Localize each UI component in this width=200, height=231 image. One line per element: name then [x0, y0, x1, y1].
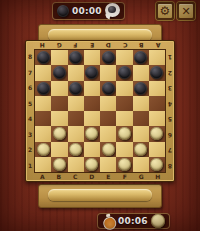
board-square-c7[interactable]: [68, 65, 84, 80]
board-square-h6[interactable]: [149, 81, 165, 96]
player-hud-panel: 00:06: [97, 213, 170, 229]
board-square-g3[interactable]: [133, 126, 149, 141]
file-label-bottom-g: G: [133, 173, 150, 181]
checker-piece-light[interactable]: [150, 127, 163, 140]
checker-piece-light[interactable]: [102, 143, 115, 156]
file-label-bottom-d: D: [84, 173, 101, 181]
board-square-b2[interactable]: [51, 142, 67, 157]
checker-piece-dark[interactable]: [69, 51, 82, 64]
rank-label-left-3: 3: [26, 127, 34, 143]
board-square-g4[interactable]: [133, 111, 149, 126]
board-square-h3[interactable]: [149, 126, 165, 141]
board-square-h2[interactable]: [149, 142, 165, 157]
board-square-d3[interactable]: [84, 126, 100, 141]
checker-piece-light[interactable]: [69, 143, 82, 156]
settings-button[interactable]: ⚙: [156, 2, 174, 20]
file-label-top-h: H: [34, 41, 51, 49]
board-square-b7[interactable]: [51, 65, 67, 80]
thinking-bubble-icon: [105, 3, 120, 19]
rank-label-left-5: 5: [26, 96, 34, 112]
board-square-c4[interactable]: [68, 111, 84, 126]
file-label-bottom-b: B: [51, 173, 68, 181]
rank-label-right-5: 5: [166, 111, 174, 127]
board-square-f2[interactable]: [116, 142, 132, 157]
board-square-d4[interactable]: [84, 111, 100, 126]
close-button[interactable]: ✕: [177, 2, 195, 20]
ranks-right: 12345678: [166, 49, 174, 173]
file-label-top-d: D: [100, 41, 117, 49]
file-label-top-a: A: [150, 41, 167, 49]
file-label-bottom-h: H: [150, 173, 167, 181]
board-square-b4[interactable]: [51, 111, 67, 126]
opponent-hud-panel: 00:00: [52, 2, 125, 20]
rank-label-left-1: 1: [26, 158, 34, 174]
file-label-bottom-f: F: [117, 173, 134, 181]
checker-piece-dark[interactable]: [134, 51, 147, 64]
board-square-g6[interactable]: [133, 81, 149, 96]
board-frame: HGFEDCBA ABCDEFGH 87654321 12345678: [25, 40, 175, 182]
file-label-bottom-c: C: [67, 173, 84, 181]
checker-piece-dark[interactable]: [102, 51, 115, 64]
game-screen: 00:00 ⚙ ✕ HGFEDCBA ABCDEFGH 87654321 123…: [0, 0, 200, 231]
board-square-a4[interactable]: [35, 111, 51, 126]
board-square-h4[interactable]: [149, 111, 165, 126]
board-square-b6[interactable]: [51, 81, 67, 96]
file-label-top-f: F: [67, 41, 84, 49]
board-square-e8[interactable]: [100, 50, 116, 65]
file-label-top-c: C: [117, 41, 134, 49]
board-square-e6[interactable]: [100, 81, 116, 96]
board-square-f8[interactable]: [116, 50, 132, 65]
board-square-f4[interactable]: [116, 111, 132, 126]
board-square-f1[interactable]: [116, 157, 132, 172]
checker-piece-light[interactable]: [53, 158, 66, 171]
checker-piece-dark[interactable]: [85, 66, 98, 79]
board-square-a2[interactable]: [35, 142, 51, 157]
file-label-bottom-e: E: [100, 173, 117, 181]
board-square-a6[interactable]: [35, 81, 51, 96]
board-square-d1[interactable]: [84, 157, 100, 172]
file-label-top-e: E: [84, 41, 101, 49]
board-square-c2[interactable]: [68, 142, 84, 157]
board-square-d2[interactable]: [84, 142, 100, 157]
player-timer: 00:06: [118, 216, 148, 226]
rank-label-right-8: 8: [166, 158, 174, 174]
board-square-b5[interactable]: [51, 96, 67, 111]
board-square-b3[interactable]: [51, 126, 67, 141]
checker-piece-dark[interactable]: [134, 82, 147, 95]
board-square-e7[interactable]: [100, 65, 116, 80]
rank-label-left-8: 8: [26, 49, 34, 65]
checker-piece-dark[interactable]: [37, 51, 50, 64]
board-square-c3[interactable]: [68, 126, 84, 141]
checker-piece-light[interactable]: [118, 158, 131, 171]
bottom-piece-tray: [38, 184, 162, 208]
board-square-a8[interactable]: [35, 50, 51, 65]
board-square-c1[interactable]: [68, 157, 84, 172]
stopwatch-icon: [101, 213, 116, 230]
board-square-h5[interactable]: [149, 96, 165, 111]
checker-piece-light[interactable]: [85, 158, 98, 171]
gear-icon: ⚙: [160, 5, 171, 17]
ranks-left: 87654321: [26, 49, 34, 173]
board-square-c6[interactable]: [68, 81, 84, 96]
board-square-e1[interactable]: [100, 157, 116, 172]
checker-piece-dark[interactable]: [150, 66, 163, 79]
board-square-g7[interactable]: [133, 65, 149, 80]
board-square-d8[interactable]: [84, 50, 100, 65]
board-square-g1[interactable]: [133, 157, 149, 172]
board-square-a5[interactable]: [35, 96, 51, 111]
rank-label-left-2: 2: [26, 142, 34, 158]
file-label-top-g: G: [51, 41, 68, 49]
board-square-b8[interactable]: [51, 50, 67, 65]
checker-piece-light[interactable]: [118, 127, 131, 140]
checker-piece-dark[interactable]: [102, 82, 115, 95]
rank-label-right-4: 4: [166, 96, 174, 112]
board-square-f7[interactable]: [116, 65, 132, 80]
board-square-f3[interactable]: [116, 126, 132, 141]
rank-label-right-2: 2: [166, 65, 174, 81]
board-square-e2[interactable]: [100, 142, 116, 157]
rank-label-left-4: 4: [26, 111, 34, 127]
board-square-d5[interactable]: [84, 96, 100, 111]
file-label-bottom-a: A: [34, 173, 51, 181]
board-square-a7[interactable]: [35, 65, 51, 80]
checker-piece-dark[interactable]: [118, 66, 131, 79]
board-square-f6[interactable]: [116, 81, 132, 96]
board-square-a1[interactable]: [35, 157, 51, 172]
board-square-f5[interactable]: [116, 96, 132, 111]
board-square-b1[interactable]: [51, 157, 67, 172]
checker-piece-light[interactable]: [134, 143, 147, 156]
board-square-g5[interactable]: [133, 96, 149, 111]
player-checker-icon: [151, 214, 165, 228]
bubble-checker-dot: [108, 6, 116, 13]
rank-label-right-7: 7: [166, 142, 174, 158]
rank-label-right-1: 1: [166, 49, 174, 65]
board-square-a3[interactable]: [35, 126, 51, 141]
rank-label-left-7: 7: [26, 65, 34, 81]
rank-label-right-6: 6: [166, 127, 174, 143]
bottom-tray-bar: [48, 189, 152, 201]
files-bottom: ABCDEFGH: [34, 173, 166, 181]
bubble-tail: [104, 14, 110, 20]
file-label-top-b: B: [133, 41, 150, 49]
board-square-d7[interactable]: [84, 65, 100, 80]
board-square-h7[interactable]: [149, 65, 165, 80]
checker-piece-light[interactable]: [150, 158, 163, 171]
rank-label-right-3: 3: [166, 80, 174, 96]
opponent-timer: 00:00: [72, 6, 102, 16]
checker-piece-light[interactable]: [85, 127, 98, 140]
board-square-h1[interactable]: [149, 157, 165, 172]
checker-piece-light[interactable]: [37, 143, 50, 156]
checker-piece-dark[interactable]: [53, 66, 66, 79]
board-square-d6[interactable]: [84, 81, 100, 96]
board-square-c5[interactable]: [68, 96, 84, 111]
board-square-h8[interactable]: [149, 50, 165, 65]
board-square-e5[interactable]: [100, 96, 116, 111]
board-square-e4[interactable]: [100, 111, 116, 126]
rank-label-left-6: 6: [26, 80, 34, 96]
close-icon: ✕: [181, 6, 190, 17]
board-square-c8[interactable]: [68, 50, 84, 65]
checker-piece-dark[interactable]: [37, 82, 50, 95]
board-grid: [34, 49, 166, 173]
checker-piece-dark[interactable]: [69, 82, 82, 95]
opponent-checker-icon: [57, 5, 69, 17]
board-square-g8[interactable]: [133, 50, 149, 65]
files-top: HGFEDCBA: [34, 41, 166, 49]
checker-piece-light[interactable]: [53, 127, 66, 140]
board-square-e3[interactable]: [100, 126, 116, 141]
board-square-g2[interactable]: [133, 142, 149, 157]
